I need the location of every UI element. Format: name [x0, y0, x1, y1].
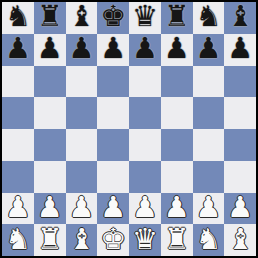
- square-a4[interactable]: [2, 129, 34, 161]
- black-queen-piece[interactable]: ♛: [132, 2, 158, 31]
- square-g7[interactable]: ♟: [193, 34, 225, 66]
- white-pawn-piece[interactable]: ♟: [5, 193, 31, 222]
- square-a3[interactable]: [2, 161, 34, 193]
- black-bishop-piece[interactable]: ♝: [227, 2, 253, 31]
- square-f5[interactable]: [161, 97, 193, 129]
- white-knight-piece[interactable]: ♞: [195, 225, 221, 254]
- black-bishop-piece[interactable]: ♝: [68, 2, 94, 31]
- white-queen-piece[interactable]: ♛: [132, 225, 158, 254]
- square-e1[interactable]: ♛: [129, 224, 161, 256]
- square-g4[interactable]: [193, 129, 225, 161]
- square-b6[interactable]: [34, 66, 66, 98]
- square-a7[interactable]: ♟: [2, 34, 34, 66]
- square-d8[interactable]: ♚: [97, 2, 129, 34]
- square-b7[interactable]: ♟: [34, 34, 66, 66]
- square-a1[interactable]: ♞: [2, 224, 34, 256]
- square-d5[interactable]: [97, 97, 129, 129]
- square-h2[interactable]: ♟: [224, 193, 256, 225]
- white-rook-piece[interactable]: ♜: [164, 225, 190, 254]
- black-pawn-piece[interactable]: ♟: [68, 34, 94, 63]
- square-c1[interactable]: ♝: [66, 224, 98, 256]
- square-f1[interactable]: ♜: [161, 224, 193, 256]
- white-pawn-piece[interactable]: ♟: [164, 193, 190, 222]
- square-e2[interactable]: ♟: [129, 193, 161, 225]
- square-e4[interactable]: [129, 129, 161, 161]
- black-rook-piece[interactable]: ♜: [164, 2, 190, 31]
- white-pawn-piece[interactable]: ♟: [132, 193, 158, 222]
- white-knight-piece[interactable]: ♞: [5, 225, 31, 254]
- square-b3[interactable]: [34, 161, 66, 193]
- square-d2[interactable]: ♟: [97, 193, 129, 225]
- white-king-piece[interactable]: ♚: [100, 225, 126, 254]
- square-h8[interactable]: ♝: [224, 2, 256, 34]
- white-pawn-piece[interactable]: ♟: [100, 193, 126, 222]
- black-king-piece[interactable]: ♚: [100, 2, 126, 31]
- black-knight-piece[interactable]: ♞: [195, 2, 221, 31]
- white-bishop-piece[interactable]: ♝: [227, 225, 253, 254]
- square-g1[interactable]: ♞: [193, 224, 225, 256]
- square-e8[interactable]: ♛: [129, 2, 161, 34]
- square-h3[interactable]: [224, 161, 256, 193]
- square-g3[interactable]: [193, 161, 225, 193]
- square-b2[interactable]: ♟: [34, 193, 66, 225]
- square-a8[interactable]: ♞: [2, 2, 34, 34]
- black-pawn-piece[interactable]: ♟: [100, 34, 126, 63]
- black-pawn-piece[interactable]: ♟: [132, 34, 158, 63]
- square-c5[interactable]: [66, 97, 98, 129]
- square-e6[interactable]: [129, 66, 161, 98]
- square-b5[interactable]: [34, 97, 66, 129]
- white-pawn-piece[interactable]: ♟: [227, 193, 253, 222]
- square-c8[interactable]: ♝: [66, 2, 98, 34]
- black-rook-piece[interactable]: ♜: [37, 2, 63, 31]
- square-a2[interactable]: ♟: [2, 193, 34, 225]
- square-e3[interactable]: [129, 161, 161, 193]
- square-g6[interactable]: [193, 66, 225, 98]
- square-h7[interactable]: ♟: [224, 34, 256, 66]
- white-pawn-piece[interactable]: ♟: [68, 193, 94, 222]
- square-d1[interactable]: ♚: [97, 224, 129, 256]
- square-c4[interactable]: [66, 129, 98, 161]
- square-h1[interactable]: ♝: [224, 224, 256, 256]
- black-pawn-piece[interactable]: ♟: [37, 34, 63, 63]
- square-f3[interactable]: [161, 161, 193, 193]
- black-pawn-piece[interactable]: ♟: [164, 34, 190, 63]
- square-d6[interactable]: [97, 66, 129, 98]
- square-e5[interactable]: [129, 97, 161, 129]
- square-c2[interactable]: ♟: [66, 193, 98, 225]
- square-d4[interactable]: [97, 129, 129, 161]
- square-h5[interactable]: [224, 97, 256, 129]
- square-g8[interactable]: ♞: [193, 2, 225, 34]
- square-b4[interactable]: [34, 129, 66, 161]
- black-pawn-piece[interactable]: ♟: [5, 34, 31, 63]
- square-c6[interactable]: [66, 66, 98, 98]
- square-c7[interactable]: ♟: [66, 34, 98, 66]
- black-pawn-piece[interactable]: ♟: [195, 34, 221, 63]
- square-a6[interactable]: [2, 66, 34, 98]
- square-g5[interactable]: [193, 97, 225, 129]
- black-knight-piece[interactable]: ♞: [5, 2, 31, 31]
- square-h4[interactable]: [224, 129, 256, 161]
- square-c3[interactable]: [66, 161, 98, 193]
- white-bishop-piece[interactable]: ♝: [68, 225, 94, 254]
- white-rook-piece[interactable]: ♜: [37, 225, 63, 254]
- square-f8[interactable]: ♜: [161, 2, 193, 34]
- white-pawn-piece[interactable]: ♟: [195, 193, 221, 222]
- square-b1[interactable]: ♜: [34, 224, 66, 256]
- square-g2[interactable]: ♟: [193, 193, 225, 225]
- square-e7[interactable]: ♟: [129, 34, 161, 66]
- square-d3[interactable]: [97, 161, 129, 193]
- square-f7[interactable]: ♟: [161, 34, 193, 66]
- square-b8[interactable]: ♜: [34, 2, 66, 34]
- square-f6[interactable]: [161, 66, 193, 98]
- chess-board: ♞♜♝♚♛♜♞♝♟♟♟♟♟♟♟♟♟♟♟♟♟♟♟♟♞♜♝♚♛♜♞♝: [0, 0, 258, 258]
- square-f2[interactable]: ♟: [161, 193, 193, 225]
- square-d7[interactable]: ♟: [97, 34, 129, 66]
- black-pawn-piece[interactable]: ♟: [227, 34, 253, 63]
- square-h6[interactable]: [224, 66, 256, 98]
- square-f4[interactable]: [161, 129, 193, 161]
- white-pawn-piece[interactable]: ♟: [37, 193, 63, 222]
- square-a5[interactable]: [2, 97, 34, 129]
